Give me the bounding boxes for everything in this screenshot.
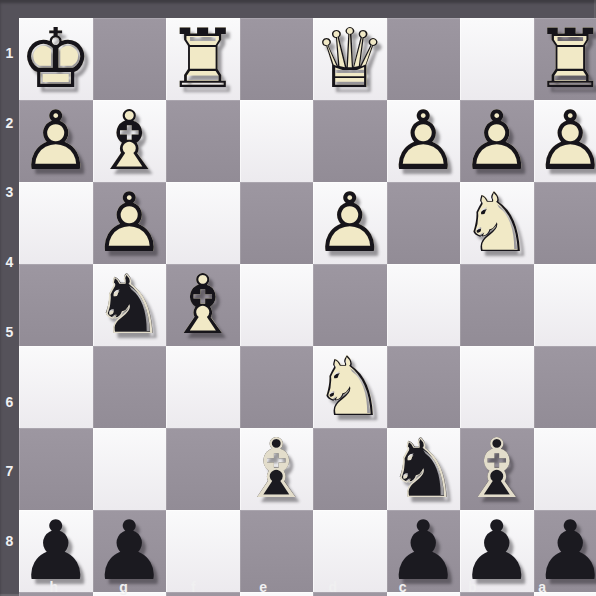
square-b3[interactable]: ♞♘ <box>460 182 534 264</box>
square-b1[interactable] <box>460 18 534 100</box>
square-b6[interactable]: ♝♗ <box>460 428 534 510</box>
piece-white-pawn: ♟♙ <box>313 182 387 264</box>
white-king-outline-glyph: ♔ <box>19 18 93 100</box>
white-king-glyph: ♚ <box>19 18 93 100</box>
piece-white-pawn: ♟♙ <box>387 100 461 182</box>
square-d6[interactable] <box>313 428 387 510</box>
square-a1[interactable]: ♜♖ <box>534 18 596 100</box>
square-g2[interactable]: ♝♗ <box>93 100 167 182</box>
white-knight-outline-glyph: ♘ <box>313 346 387 428</box>
white-bishop-outline-glyph: ♗ <box>166 264 240 346</box>
black-knight-outline-glyph: ♘ <box>387 428 461 510</box>
square-f1[interactable]: ♜♖ <box>166 18 240 100</box>
square-h2[interactable]: ♟♙ <box>19 100 93 182</box>
white-pawn-outline-glyph: ♙ <box>19 100 93 182</box>
piece-white-rook: ♜♖ <box>166 18 240 100</box>
square-e5[interactable] <box>240 346 314 428</box>
square-a3[interactable] <box>534 182 596 264</box>
piece-white-pawn: ♟♙ <box>93 182 167 264</box>
black-bishop-glyph: ♝ <box>240 428 314 510</box>
piece-white-rook: ♜♖ <box>534 18 596 100</box>
white-queen-outline-glyph: ♕ <box>313 18 387 100</box>
piece-white-bishop: ♝♗ <box>93 100 167 182</box>
square-c3[interactable] <box>387 182 461 264</box>
piece-white-pawn: ♟♙ <box>19 100 93 182</box>
black-knight-outline-glyph: ♘ <box>93 264 167 346</box>
square-f2[interactable] <box>166 100 240 182</box>
rank-label-7: 7 <box>0 437 19 507</box>
square-h5[interactable] <box>19 346 93 428</box>
white-pawn-outline-glyph: ♙ <box>387 100 461 182</box>
white-queen-glyph: ♛ <box>313 18 387 100</box>
square-d1[interactable]: ♛♕ <box>313 18 387 100</box>
piece-white-pawn: ♟♙ <box>534 100 596 182</box>
square-a2[interactable]: ♟♙ <box>534 100 596 182</box>
piece-white-knight: ♞♘ <box>313 346 387 428</box>
rank-label-1: 1 <box>0 18 19 88</box>
black-bishop-outline-glyph: ♗ <box>460 428 534 510</box>
square-g6[interactable] <box>93 428 167 510</box>
white-bishop-glyph: ♝ <box>166 264 240 346</box>
square-h1[interactable]: ♚♔ <box>19 18 93 100</box>
square-h6[interactable] <box>19 428 93 510</box>
white-rook-outline-glyph: ♖ <box>166 18 240 100</box>
white-pawn-glyph: ♟ <box>19 100 93 182</box>
rank-label-6: 6 <box>0 367 19 437</box>
black-bishop-glyph: ♝ <box>460 428 534 510</box>
piece-white-bishop: ♝♗ <box>166 264 240 346</box>
piece-black-bishop: ♝♗ <box>240 428 314 510</box>
piece-white-queen: ♛♕ <box>313 18 387 100</box>
white-pawn-glyph: ♟ <box>460 100 534 182</box>
square-e1[interactable] <box>240 18 314 100</box>
rank-label-5: 5 <box>0 297 19 367</box>
square-c5[interactable] <box>387 346 461 428</box>
chessboard: ♚♔♜♖♛♕♜♖♟♙♝♗♟♙♟♙♟♙♟♙♟♙♞♘♞♘♝♗♞♘♝♗♞♘♝♗♟♟♟♟… <box>19 18 577 576</box>
white-pawn-outline-glyph: ♙ <box>534 100 596 182</box>
white-knight-outline-glyph: ♘ <box>460 182 534 264</box>
piece-white-pawn: ♟♙ <box>460 100 534 182</box>
square-b5[interactable] <box>460 346 534 428</box>
piece-white-king: ♚♔ <box>19 18 93 100</box>
file-label-h: h <box>19 577 89 596</box>
square-f6[interactable] <box>166 428 240 510</box>
white-knight-glyph: ♞ <box>460 182 534 264</box>
white-pawn-glyph: ♟ <box>534 100 596 182</box>
square-g4[interactable]: ♞♘ <box>93 264 167 346</box>
square-f4[interactable]: ♝♗ <box>166 264 240 346</box>
square-d5[interactable]: ♞♘ <box>313 346 387 428</box>
square-g5[interactable] <box>93 346 167 428</box>
white-rook-glyph: ♜ <box>534 18 596 100</box>
square-g3[interactable]: ♟♙ <box>93 182 167 264</box>
square-c4[interactable] <box>387 264 461 346</box>
white-pawn-outline-glyph: ♙ <box>460 100 534 182</box>
rank-label-3: 3 <box>0 158 19 228</box>
piece-black-knight: ♞♘ <box>387 428 461 510</box>
square-c2[interactable]: ♟♙ <box>387 100 461 182</box>
file-label-g: g <box>89 577 159 596</box>
rank-label-2: 2 <box>0 88 19 158</box>
square-e2[interactable] <box>240 100 314 182</box>
white-pawn-outline-glyph: ♙ <box>93 182 167 264</box>
square-h4[interactable] <box>19 264 93 346</box>
file-label-b: b <box>438 577 508 596</box>
file-labels: hgfedcba <box>19 577 577 596</box>
black-knight-glyph: ♞ <box>93 264 167 346</box>
white-pawn-glyph: ♟ <box>93 182 167 264</box>
square-d4[interactable] <box>313 264 387 346</box>
rank-label-4: 4 <box>0 227 19 297</box>
square-e6[interactable]: ♝♗ <box>240 428 314 510</box>
white-pawn-glyph: ♟ <box>313 182 387 264</box>
square-d2[interactable] <box>313 100 387 182</box>
white-rook-outline-glyph: ♖ <box>534 18 596 100</box>
file-label-a: a <box>507 577 577 596</box>
square-a4[interactable] <box>534 264 596 346</box>
square-a6[interactable] <box>534 428 596 510</box>
white-pawn-outline-glyph: ♙ <box>313 182 387 264</box>
square-g1[interactable] <box>93 18 167 100</box>
file-label-e: e <box>228 577 298 596</box>
black-bishop-outline-glyph: ♗ <box>240 428 314 510</box>
square-c6[interactable]: ♞♘ <box>387 428 461 510</box>
rank-labels: 12345678 <box>0 18 19 576</box>
square-f5[interactable] <box>166 346 240 428</box>
square-e4[interactable] <box>240 264 314 346</box>
white-bishop-glyph: ♝ <box>93 100 167 182</box>
rank-label-8: 8 <box>0 506 19 576</box>
white-knight-glyph: ♞ <box>313 346 387 428</box>
file-label-f: f <box>159 577 229 596</box>
chessboard-frame: 12345678 ♚♔♜♖♛♕♜♖♟♙♝♗♟♙♟♙♟♙♟♙♟♙♞♘♞♘♝♗♞♘♝… <box>0 0 596 596</box>
square-d3[interactable]: ♟♙ <box>313 182 387 264</box>
file-label-d: d <box>298 577 368 596</box>
square-f3[interactable] <box>166 182 240 264</box>
white-bishop-outline-glyph: ♗ <box>93 100 167 182</box>
piece-white-knight: ♞♘ <box>460 182 534 264</box>
black-knight-glyph: ♞ <box>387 428 461 510</box>
square-e3[interactable] <box>240 182 314 264</box>
square-c1[interactable] <box>387 18 461 100</box>
piece-black-bishop: ♝♗ <box>460 428 534 510</box>
white-pawn-glyph: ♟ <box>387 100 461 182</box>
square-b2[interactable]: ♟♙ <box>460 100 534 182</box>
file-label-c: c <box>368 577 438 596</box>
square-b4[interactable] <box>460 264 534 346</box>
white-rook-glyph: ♜ <box>166 18 240 100</box>
square-a5[interactable] <box>534 346 596 428</box>
square-h3[interactable] <box>19 182 93 264</box>
piece-black-knight: ♞♘ <box>93 264 167 346</box>
